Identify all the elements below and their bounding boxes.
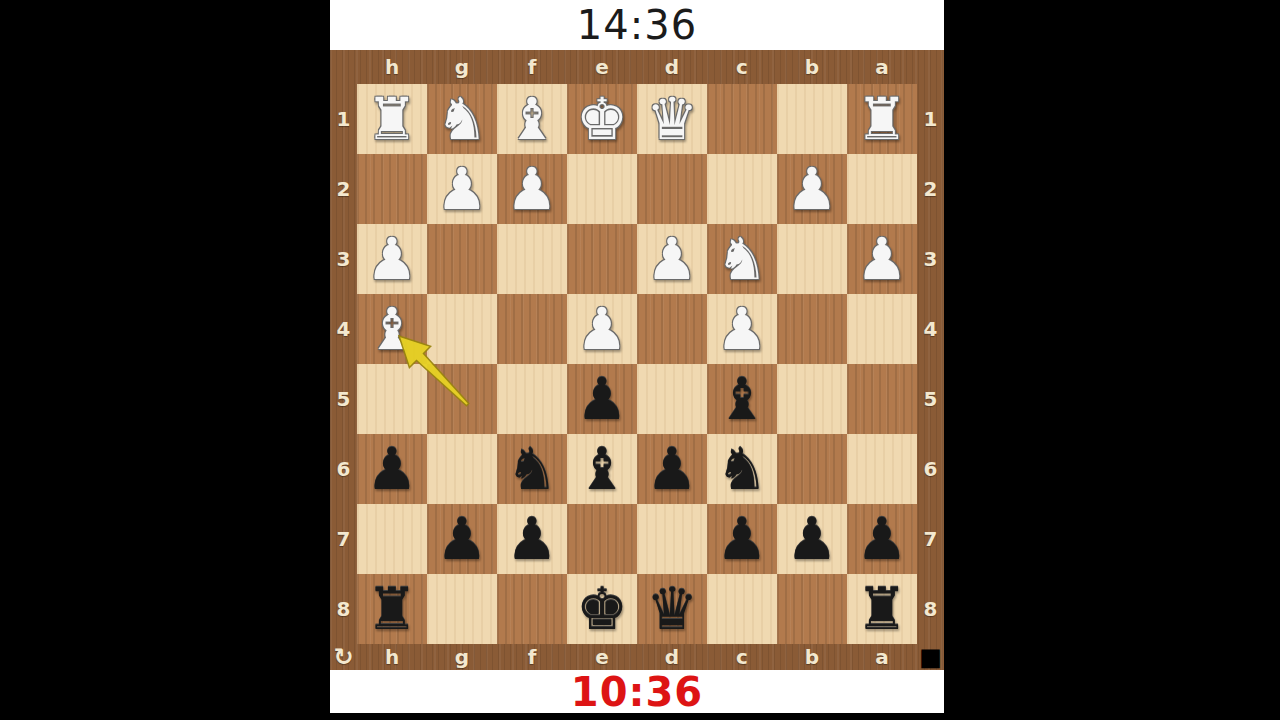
square-e1[interactable]: ♚ (567, 84, 637, 154)
square-h8[interactable]: ♜ (357, 574, 427, 644)
white-pawn-b2[interactable]: ♟ (777, 154, 847, 224)
square-h1[interactable]: ♜ (357, 84, 427, 154)
black-rook-a8[interactable]: ♜ (847, 574, 917, 644)
square-a2[interactable] (847, 154, 917, 224)
square-a5[interactable] (847, 364, 917, 434)
rank-label-4-right: 4 (917, 294, 944, 364)
black-pawn-f7[interactable]: ♟ (497, 504, 567, 574)
square-f1[interactable]: ♝ (497, 84, 567, 154)
black-rook-h8[interactable]: ♜ (357, 574, 427, 644)
square-a3[interactable]: ♟ (847, 224, 917, 294)
rank-label-6-left: 6 (330, 434, 357, 504)
white-pawn-e4[interactable]: ♟ (567, 294, 637, 364)
chess-board: hgfedcba1♜♞♝♚♛♜12♟♟♟23♟♟♞♟34♝♟♟45♟♝56♟♞♝… (330, 50, 944, 670)
rank-label-5-right: 5 (917, 364, 944, 434)
rank-label-1-right: 1 (917, 84, 944, 154)
file-label-a-bottom: a (847, 644, 917, 670)
square-b7[interactable]: ♟ (777, 504, 847, 574)
square-a7[interactable]: ♟ (847, 504, 917, 574)
square-b6[interactable] (777, 434, 847, 504)
white-pawn-c4[interactable]: ♟ (707, 294, 777, 364)
square-e7[interactable] (567, 504, 637, 574)
square-h7[interactable] (357, 504, 427, 574)
white-king-e1[interactable]: ♚ (567, 84, 637, 154)
square-b8[interactable] (777, 574, 847, 644)
black-pawn-g7[interactable]: ♟ (427, 504, 497, 574)
square-g1[interactable]: ♞ (427, 84, 497, 154)
square-c6[interactable]: ♞ (707, 434, 777, 504)
square-c3[interactable]: ♞ (707, 224, 777, 294)
square-h2[interactable] (357, 154, 427, 224)
board-corner-tl (330, 50, 357, 84)
square-d3[interactable]: ♟ (637, 224, 707, 294)
square-e4[interactable]: ♟ (567, 294, 637, 364)
white-queen-d1[interactable]: ♛ (637, 84, 707, 154)
white-bishop-h4[interactable]: ♝ (357, 294, 427, 364)
square-c5[interactable]: ♝ (707, 364, 777, 434)
square-g6[interactable] (427, 434, 497, 504)
rank-label-3-right: 3 (917, 224, 944, 294)
file-label-g-bottom: g (427, 644, 497, 670)
white-pawn-d3[interactable]: ♟ (637, 224, 707, 294)
square-g7[interactable]: ♟ (427, 504, 497, 574)
black-bishop-e6[interactable]: ♝ (567, 434, 637, 504)
white-knight-c3[interactable]: ♞ (707, 224, 777, 294)
file-label-e-top: e (567, 50, 637, 84)
white-pawn-a3[interactable]: ♟ (847, 224, 917, 294)
black-knight-c6[interactable]: ♞ (707, 434, 777, 504)
rank-label-3-left: 3 (330, 224, 357, 294)
square-b4[interactable] (777, 294, 847, 364)
square-d2[interactable] (637, 154, 707, 224)
game-panel: 14:36 hgfedcba1♜♞♝♚♛♜12♟♟♟23♟♟♞♟34♝♟♟45♟… (330, 0, 944, 713)
square-c8[interactable] (707, 574, 777, 644)
square-g5[interactable] (427, 364, 497, 434)
square-d5[interactable] (637, 364, 707, 434)
square-c7[interactable]: ♟ (707, 504, 777, 574)
clock-bottom: 10:36 (330, 670, 944, 713)
square-h4[interactable]: ♝ (357, 294, 427, 364)
black-pawn-h6[interactable]: ♟ (357, 434, 427, 504)
square-c1[interactable] (707, 84, 777, 154)
square-a4[interactable] (847, 294, 917, 364)
rank-label-2-right: 2 (917, 154, 944, 224)
square-b3[interactable] (777, 224, 847, 294)
clock-top: 14:36 (330, 0, 944, 50)
rank-label-7-left: 7 (330, 504, 357, 574)
square-f8[interactable] (497, 574, 567, 644)
black-pawn-a7[interactable]: ♟ (847, 504, 917, 574)
square-g4[interactable] (427, 294, 497, 364)
square-c2[interactable] (707, 154, 777, 224)
square-d7[interactable] (637, 504, 707, 574)
rank-label-5-left: 5 (330, 364, 357, 434)
square-f4[interactable] (497, 294, 567, 364)
file-label-c-bottom: c (707, 644, 777, 670)
white-bishop-f1[interactable]: ♝ (497, 84, 567, 154)
square-b1[interactable] (777, 84, 847, 154)
black-square-icon: ■ (919, 645, 942, 669)
square-h5[interactable] (357, 364, 427, 434)
square-d1[interactable]: ♛ (637, 84, 707, 154)
clock-top-time: 14:36 (577, 2, 697, 48)
board-corner-tr (917, 50, 944, 84)
square-a6[interactable] (847, 434, 917, 504)
flip-board-icon[interactable]: ↻ (333, 645, 353, 669)
square-g3[interactable] (427, 224, 497, 294)
file-label-c-top: c (707, 50, 777, 84)
rank-label-1-left: 1 (330, 84, 357, 154)
square-d4[interactable] (637, 294, 707, 364)
square-h6[interactable]: ♟ (357, 434, 427, 504)
square-f5[interactable] (497, 364, 567, 434)
white-pawn-f2[interactable]: ♟ (497, 154, 567, 224)
square-f6[interactable]: ♞ (497, 434, 567, 504)
square-e3[interactable] (567, 224, 637, 294)
black-pawn-c7[interactable]: ♟ (707, 504, 777, 574)
square-f2[interactable]: ♟ (497, 154, 567, 224)
black-pawn-d6[interactable]: ♟ (637, 434, 707, 504)
black-bishop-c5[interactable]: ♝ (707, 364, 777, 434)
file-label-f-bottom: f (497, 644, 567, 670)
black-knight-f6[interactable]: ♞ (497, 434, 567, 504)
square-d6[interactable]: ♟ (637, 434, 707, 504)
square-e5[interactable]: ♟ (567, 364, 637, 434)
board-corner-br: ■ (917, 644, 944, 670)
rank-label-2-left: 2 (330, 154, 357, 224)
white-rook-h1[interactable]: ♜ (357, 84, 427, 154)
file-label-d-top: d (637, 50, 707, 84)
rank-label-8-left: 8 (330, 574, 357, 644)
black-pawn-e5[interactable]: ♟ (567, 364, 637, 434)
file-label-b-top: b (777, 50, 847, 84)
square-f7[interactable]: ♟ (497, 504, 567, 574)
white-pawn-h3[interactable]: ♟ (357, 224, 427, 294)
file-label-g-top: g (427, 50, 497, 84)
square-c4[interactable]: ♟ (707, 294, 777, 364)
square-a1[interactable]: ♜ (847, 84, 917, 154)
black-pawn-b7[interactable]: ♟ (777, 504, 847, 574)
white-knight-g1[interactable]: ♞ (427, 84, 497, 154)
file-label-b-bottom: b (777, 644, 847, 670)
square-e8[interactable]: ♚ (567, 574, 637, 644)
flip-board-button[interactable]: ↻ (330, 644, 357, 670)
app-background: { "game": "chess", "clocks": { "top": { … (0, 0, 1280, 720)
file-label-d-bottom: d (637, 644, 707, 670)
square-f3[interactable] (497, 224, 567, 294)
square-h3[interactable]: ♟ (357, 224, 427, 294)
rank-label-6-right: 6 (917, 434, 944, 504)
clock-bottom-time: 10:36 (571, 669, 703, 715)
square-g8[interactable] (427, 574, 497, 644)
rank-label-4-left: 4 (330, 294, 357, 364)
square-b5[interactable] (777, 364, 847, 434)
square-d8[interactable]: ♛ (637, 574, 707, 644)
file-label-e-bottom: e (567, 644, 637, 670)
black-queen-d8[interactable]: ♛ (637, 574, 707, 644)
square-g2[interactable]: ♟ (427, 154, 497, 224)
square-b2[interactable]: ♟ (777, 154, 847, 224)
rank-label-7-right: 7 (917, 504, 944, 574)
rank-label-8-right: 8 (917, 574, 944, 644)
square-a8[interactable]: ♜ (847, 574, 917, 644)
white-pawn-g2[interactable]: ♟ (427, 154, 497, 224)
file-label-f-top: f (497, 50, 567, 84)
square-e2[interactable] (567, 154, 637, 224)
file-label-a-top: a (847, 50, 917, 84)
black-king-e8[interactable]: ♚ (567, 574, 637, 644)
white-rook-a1[interactable]: ♜ (847, 84, 917, 154)
square-e6[interactable]: ♝ (567, 434, 637, 504)
file-label-h-top: h (357, 50, 427, 84)
file-label-h-bottom: h (357, 644, 427, 670)
